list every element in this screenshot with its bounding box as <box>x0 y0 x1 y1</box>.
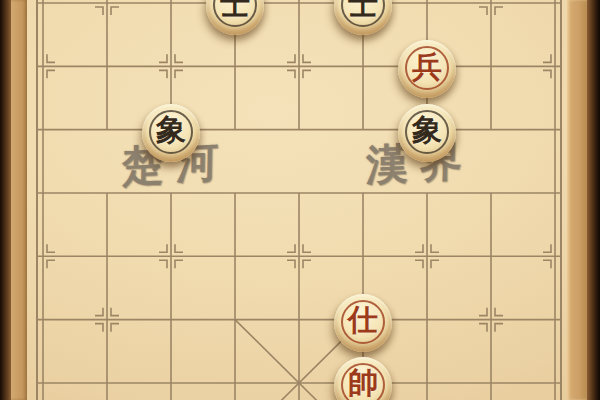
piece-black-elephant[interactable]: 象 <box>142 104 200 162</box>
piece-black-advisor[interactable]: 士 <box>334 0 392 35</box>
xiangqi-app-window: 楚河 漢界 士士兵象象仕帥 <box>0 0 600 400</box>
piece-black-elephant[interactable]: 象 <box>398 104 456 162</box>
piece-character: 象 <box>142 102 200 160</box>
piece-red-advisor[interactable]: 仕 <box>334 294 392 352</box>
piece-character: 仕 <box>334 292 392 350</box>
piece-character: 士 <box>334 0 392 33</box>
piece-red-general[interactable]: 帥 <box>334 357 392 400</box>
piece-red-soldier[interactable]: 兵 <box>398 40 456 98</box>
board-grid <box>0 0 600 400</box>
piece-character: 象 <box>398 102 456 160</box>
piece-character: 士 <box>206 0 264 33</box>
piece-character: 帥 <box>334 355 392 400</box>
piece-character: 兵 <box>398 38 456 96</box>
piece-black-advisor[interactable]: 士 <box>206 0 264 35</box>
